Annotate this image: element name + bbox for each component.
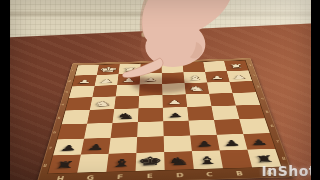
video-frame: ♚♜♜♟♟♟♟♝♟♟♞♞♟♞♟♟♟♟♟♟♜♝♚♞♝♜ HGFEDCBA 1234… <box>0 0 320 180</box>
hand-shadow-icon <box>126 76 192 93</box>
arm-and-hand-icon <box>122 0 230 78</box>
pointing-hand <box>10 0 311 180</box>
photo-area: ♚♜♜♟♟♟♟♝♟♟♞♞♟♞♟♟♟♟♟♟♜♝♚♞♝♜ HGFEDCBA 1234… <box>10 0 311 180</box>
watermark: InShot <box>261 163 311 179</box>
